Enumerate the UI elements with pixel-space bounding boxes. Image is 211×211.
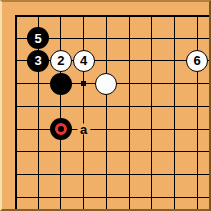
- grid-line-horizontal: [15, 197, 210, 198]
- stone-white: [95, 73, 117, 95]
- grid-line-vertical: [83, 15, 84, 210]
- grid-line-horizontal: [15, 15, 210, 17]
- grid-line-vertical: [15, 15, 17, 210]
- grid-line-vertical: [129, 15, 130, 210]
- stone-move-number: 3: [35, 53, 42, 68]
- stone-black-3: 3: [27, 50, 49, 72]
- stone-move-number: 5: [35, 31, 42, 46]
- grid-line-horizontal: [15, 174, 210, 175]
- grid-line-horizontal: [15, 151, 210, 152]
- stone-white-4: 4: [73, 50, 95, 72]
- point-label-a: a: [77, 124, 90, 135]
- red-circle-marker-icon: [55, 123, 67, 135]
- grid-line-vertical: [197, 15, 198, 210]
- go-diagram-image: 53246a: [0, 0, 211, 211]
- stone-black-5: 5: [27, 27, 49, 49]
- stone-black: [50, 118, 72, 140]
- grid-line-vertical: [60, 15, 61, 210]
- stone-white-6: 6: [186, 50, 208, 72]
- go-board: 53246a: [2, 2, 209, 209]
- stone-black: [50, 73, 72, 95]
- grid-line-vertical: [174, 15, 175, 210]
- stone-white-2: 2: [50, 50, 72, 72]
- star-point: [81, 81, 86, 86]
- grid-line-vertical: [106, 15, 107, 210]
- grid-line-horizontal: [15, 106, 210, 107]
- grid-line-horizontal: [15, 129, 210, 130]
- grid-line-vertical: [151, 15, 152, 210]
- stone-move-number: 4: [80, 53, 87, 68]
- stone-move-number: 2: [57, 53, 64, 68]
- stone-move-number: 6: [193, 53, 200, 68]
